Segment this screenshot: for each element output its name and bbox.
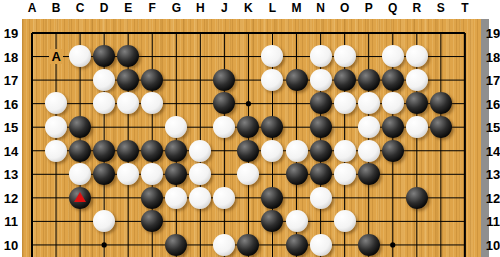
black-stone [261, 210, 283, 232]
white-stone [45, 116, 67, 138]
row-label: 18 [4, 49, 18, 64]
row-label: 14 [486, 143, 500, 158]
black-stone [310, 92, 332, 114]
black-stone [69, 116, 91, 138]
white-stone [213, 234, 235, 256]
row-label: 13 [4, 167, 18, 182]
row-label: 18 [486, 49, 500, 64]
black-stone [69, 140, 91, 162]
black-stone [406, 92, 428, 114]
go-board-screenshot: ABCDEFGHJKLMNOPQRST 19181716151413121110… [0, 0, 500, 257]
triangle-marker-icon [74, 192, 86, 202]
column-label: M [292, 1, 302, 15]
column-label: E [124, 1, 132, 15]
black-stone [334, 69, 356, 91]
white-stone [69, 45, 91, 67]
white-stone [286, 140, 308, 162]
column-label: R [412, 1, 421, 15]
white-stone [213, 116, 235, 138]
black-stone [310, 140, 332, 162]
black-stone [213, 92, 235, 114]
black-stone [165, 140, 187, 162]
white-stone [45, 140, 67, 162]
white-stone [358, 140, 380, 162]
black-stone [358, 163, 380, 185]
black-stone [141, 187, 163, 209]
white-stone [358, 92, 380, 114]
column-label: F [149, 1, 156, 15]
row-label: 11 [486, 214, 500, 229]
row-label: 19 [4, 26, 18, 41]
black-stone [141, 69, 163, 91]
white-stone [382, 45, 404, 67]
row-label: 11 [4, 214, 18, 229]
black-stone [93, 140, 115, 162]
white-stone [261, 140, 283, 162]
column-label: B [52, 1, 61, 15]
white-stone [189, 140, 211, 162]
black-stone [261, 187, 283, 209]
row-label: 16 [486, 96, 500, 111]
white-stone [310, 187, 332, 209]
column-label: K [244, 1, 253, 15]
white-stone [45, 92, 67, 114]
column-label: T [461, 1, 468, 15]
white-stone [382, 92, 404, 114]
white-stone [165, 187, 187, 209]
white-stone [189, 163, 211, 185]
black-stone [430, 92, 452, 114]
row-label: 15 [4, 120, 18, 135]
column-label: J [221, 1, 228, 15]
row-label: 17 [4, 73, 18, 88]
white-stone [93, 210, 115, 232]
row-label: 12 [4, 190, 18, 205]
row-label: 13 [486, 167, 500, 182]
column-label: S [437, 1, 445, 15]
black-stone [165, 163, 187, 185]
white-stone [406, 116, 428, 138]
go-board[interactable]: A [20, 21, 477, 256]
white-stone [310, 45, 332, 67]
column-label: C [76, 1, 85, 15]
white-stone [237, 163, 259, 185]
row-label: 10 [4, 237, 18, 252]
black-stone [213, 69, 235, 91]
column-label: G [172, 1, 181, 15]
black-stone [286, 163, 308, 185]
white-stone [93, 69, 115, 91]
black-stone [117, 140, 139, 162]
black-stone [237, 234, 259, 256]
black-stone [261, 116, 283, 138]
white-stone [334, 45, 356, 67]
white-stone [406, 45, 428, 67]
white-stone [261, 69, 283, 91]
white-stone [310, 234, 332, 256]
row-label: 19 [486, 26, 500, 41]
column-label: A [28, 1, 37, 15]
column-label: P [365, 1, 373, 15]
row-label: 17 [486, 73, 500, 88]
black-stone [93, 163, 115, 185]
black-stone [382, 69, 404, 91]
black-stone [382, 140, 404, 162]
white-stone [261, 45, 283, 67]
row-label: 12 [486, 190, 500, 205]
black-stone [286, 234, 308, 256]
black-stone [310, 116, 332, 138]
black-stone [93, 45, 115, 67]
white-stone [117, 92, 139, 114]
white-stone [406, 69, 428, 91]
black-stone [430, 116, 452, 138]
white-stone [334, 140, 356, 162]
column-label: N [316, 1, 325, 15]
white-stone [141, 92, 163, 114]
white-stone [69, 163, 91, 185]
black-stone [310, 163, 332, 185]
white-stone [213, 187, 235, 209]
row-label: 16 [4, 96, 18, 111]
black-stone [165, 234, 187, 256]
black-stone [406, 187, 428, 209]
column-label: D [100, 1, 109, 15]
black-stone [237, 116, 259, 138]
point-label-A: A [49, 49, 62, 64]
white-stone [310, 69, 332, 91]
row-label: 10 [486, 237, 500, 252]
white-stone [358, 116, 380, 138]
column-label: L [269, 1, 276, 15]
black-stone [141, 140, 163, 162]
row-label: 15 [486, 120, 500, 135]
black-stone [358, 234, 380, 256]
white-stone [141, 163, 163, 185]
white-stone [286, 210, 308, 232]
black-stone [141, 210, 163, 232]
black-stone [358, 69, 380, 91]
white-stone [117, 163, 139, 185]
black-stone [117, 45, 139, 67]
white-stone [189, 187, 211, 209]
black-stone [117, 69, 139, 91]
white-stone [334, 210, 356, 232]
row-label: 14 [4, 143, 18, 158]
column-label: O [340, 1, 349, 15]
white-stone [93, 92, 115, 114]
black-stone [382, 116, 404, 138]
white-stone [334, 92, 356, 114]
column-label: H [196, 1, 205, 15]
black-stone [237, 140, 259, 162]
white-stone [165, 116, 187, 138]
column-label: Q [388, 1, 397, 15]
white-stone [334, 163, 356, 185]
black-stone [286, 69, 308, 91]
